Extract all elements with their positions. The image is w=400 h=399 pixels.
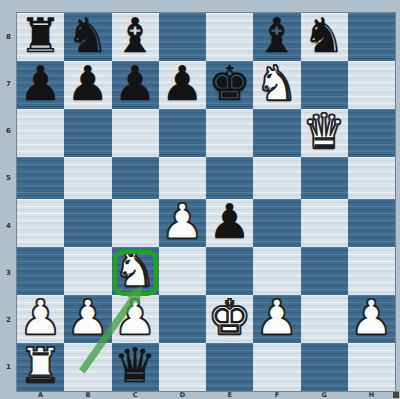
square-a8[interactable]: ♜ — [17, 13, 64, 61]
square-f1[interactable] — [253, 343, 300, 391]
square-b3[interactable] — [64, 247, 111, 295]
square-g5[interactable] — [301, 157, 348, 199]
square-e2[interactable]: ♚ — [206, 295, 253, 343]
square-g8[interactable]: ♞ — [301, 13, 348, 61]
square-a2[interactable]: ♟ — [17, 295, 64, 343]
black-pawn-d7-piece[interactable]: ♟ — [161, 59, 204, 107]
white-queen-g6-piece[interactable]: ♛ — [303, 107, 346, 155]
square-e3[interactable] — [206, 247, 253, 295]
black-bishop-f8-piece[interactable]: ♝ — [255, 11, 298, 59]
square-d2[interactable] — [159, 295, 206, 343]
chess-board-screenshot: ♜♞♝♝♞♟♟♟♟♚♞♛♟♟♞♟♟♟♚♟♟♜♛ 8 7 6 5 4 3 2 1 … — [0, 0, 400, 399]
white-rook-a1-piece[interactable]: ♜ — [19, 341, 62, 389]
file-label-c: C — [133, 392, 138, 399]
board: ♜♞♝♝♞♟♟♟♟♚♞♛♟♟♞♟♟♟♚♟♟♜♛ — [17, 13, 395, 391]
file-label-f: F — [275, 392, 279, 399]
square-a4[interactable] — [17, 199, 64, 247]
black-bishop-c8-piece[interactable]: ♝ — [114, 11, 157, 59]
square-h5[interactable] — [348, 157, 395, 199]
file-label-e: E — [227, 392, 231, 399]
square-a3[interactable] — [17, 247, 64, 295]
square-d1[interactable] — [159, 343, 206, 391]
white-pawn-f2-piece[interactable]: ♟ — [255, 293, 298, 341]
square-h1[interactable] — [348, 343, 395, 391]
square-d6[interactable] — [159, 109, 206, 157]
square-e4[interactable]: ♟ — [206, 199, 253, 247]
square-d7[interactable]: ♟ — [159, 61, 206, 109]
square-c5[interactable] — [112, 157, 159, 199]
file-label-b: B — [85, 392, 90, 399]
square-g7[interactable] — [301, 61, 348, 109]
square-h6[interactable] — [348, 109, 395, 157]
square-b1[interactable] — [64, 343, 111, 391]
black-pawn-a7-piece[interactable]: ♟ — [19, 59, 62, 107]
rank-label-1: 1 — [3, 364, 14, 371]
white-king-e2-piece[interactable]: ♚ — [208, 293, 251, 341]
square-e6[interactable] — [206, 109, 253, 157]
white-knight-c3-piece[interactable]: ♞ — [114, 245, 157, 293]
square-e8[interactable] — [206, 13, 253, 61]
black-pawn-e4-piece[interactable]: ♟ — [208, 197, 251, 245]
black-pawn-b7-piece[interactable]: ♟ — [66, 59, 109, 107]
square-b7[interactable]: ♟ — [64, 61, 111, 109]
white-pawn-c2-piece[interactable]: ♟ — [114, 293, 157, 341]
file-label-a: A — [38, 392, 43, 399]
square-b5[interactable] — [64, 157, 111, 199]
file-label-g: G — [321, 392, 326, 399]
rank-label-6: 6 — [3, 128, 14, 135]
square-f6[interactable] — [253, 109, 300, 157]
square-g2[interactable] — [301, 295, 348, 343]
square-b4[interactable] — [64, 199, 111, 247]
corner-badge-icon — [393, 391, 399, 398]
square-f4[interactable] — [253, 199, 300, 247]
square-h8[interactable] — [348, 13, 395, 61]
square-f7[interactable]: ♞ — [253, 61, 300, 109]
square-f2[interactable]: ♟ — [253, 295, 300, 343]
rank-label-3: 3 — [3, 269, 14, 276]
square-a5[interactable] — [17, 157, 64, 199]
square-g4[interactable] — [301, 199, 348, 247]
file-label-h: H — [369, 392, 374, 399]
square-b2[interactable]: ♟ — [64, 295, 111, 343]
square-f8[interactable]: ♝ — [253, 13, 300, 61]
square-c7[interactable]: ♟ — [112, 61, 159, 109]
square-c6[interactable] — [112, 109, 159, 157]
square-h3[interactable] — [348, 247, 395, 295]
white-pawn-d4-piece[interactable]: ♟ — [161, 197, 204, 245]
rank-label-5: 5 — [3, 175, 14, 182]
square-d3[interactable] — [159, 247, 206, 295]
square-g6[interactable]: ♛ — [301, 109, 348, 157]
white-knight-f7-piece[interactable]: ♞ — [255, 59, 298, 107]
white-pawn-a2-piece[interactable]: ♟ — [19, 293, 62, 341]
square-g1[interactable] — [301, 343, 348, 391]
rank-label-7: 7 — [3, 80, 14, 87]
square-c8[interactable]: ♝ — [112, 13, 159, 61]
black-rook-a8-piece[interactable]: ♜ — [19, 11, 62, 59]
black-king-e7-piece[interactable]: ♚ — [208, 59, 251, 107]
square-h2[interactable]: ♟ — [348, 295, 395, 343]
square-b8[interactable]: ♞ — [64, 13, 111, 61]
square-b6[interactable] — [64, 109, 111, 157]
square-e7[interactable]: ♚ — [206, 61, 253, 109]
board-area: ♜♞♝♝♞♟♟♟♟♚♞♛♟♟♞♟♟♟♚♟♟♜♛ — [17, 13, 395, 391]
square-f3[interactable] — [253, 247, 300, 295]
square-c2[interactable]: ♟ — [112, 295, 159, 343]
square-a6[interactable] — [17, 109, 64, 157]
square-h7[interactable] — [348, 61, 395, 109]
square-c1[interactable]: ♛ — [112, 343, 159, 391]
square-c4[interactable] — [112, 199, 159, 247]
square-e1[interactable] — [206, 343, 253, 391]
rank-label-4: 4 — [3, 222, 14, 229]
square-d8[interactable] — [159, 13, 206, 61]
black-queen-c1-piece[interactable]: ♛ — [114, 341, 157, 389]
square-c3[interactable]: ♞ — [112, 247, 159, 295]
white-pawn-h2-piece[interactable]: ♟ — [350, 293, 393, 341]
black-knight-g8-piece[interactable]: ♞ — [303, 11, 346, 59]
square-f5[interactable] — [253, 157, 300, 199]
square-g3[interactable] — [301, 247, 348, 295]
square-a1[interactable]: ♜ — [17, 343, 64, 391]
rank-label-8: 8 — [3, 33, 14, 40]
black-knight-b8-piece[interactable]: ♞ — [66, 11, 109, 59]
black-pawn-c7-piece[interactable]: ♟ — [114, 59, 157, 107]
file-label-d: D — [180, 392, 185, 399]
square-a7[interactable]: ♟ — [17, 61, 64, 109]
square-h4[interactable] — [348, 199, 395, 247]
rank-label-2: 2 — [3, 317, 14, 324]
white-pawn-b2-piece[interactable]: ♟ — [66, 293, 109, 341]
square-d4[interactable]: ♟ — [159, 199, 206, 247]
